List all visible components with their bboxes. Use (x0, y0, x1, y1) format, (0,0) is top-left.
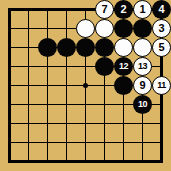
move-number-label: 3 (158, 23, 164, 34)
intersection-9-2[interactable]: 3 (152, 19, 171, 38)
move-number-label: 7 (101, 4, 107, 15)
intersection-2-3[interactable] (19, 38, 38, 57)
black-stone-C7 (38, 38, 57, 57)
intersection-3-3[interactable] (38, 38, 57, 57)
intersection-4-5[interactable] (57, 76, 76, 95)
intersection-6-8[interactable] (95, 133, 114, 152)
white-stone-E8 (76, 19, 95, 38)
intersection-2-1[interactable] (19, 0, 38, 19)
white-stone-G7 (114, 38, 133, 57)
intersection-7-7[interactable] (114, 114, 133, 133)
move-number-label: 11 (157, 81, 166, 90)
black-stone-H8 (133, 19, 152, 38)
intersection-6-1[interactable]: 7 (95, 0, 114, 19)
intersection-5-8[interactable] (76, 133, 95, 152)
intersection-6-9[interactable] (95, 152, 114, 171)
white-stone-J7: 5 (152, 38, 171, 57)
intersection-4-2[interactable] (57, 19, 76, 38)
intersection-6-5[interactable] (95, 76, 114, 95)
intersection-7-6[interactable] (114, 95, 133, 114)
white-stone-J5: 11 (152, 76, 171, 95)
intersection-5-4[interactable] (76, 57, 95, 76)
intersection-9-5[interactable]: 11 (152, 76, 171, 95)
intersection-8-8[interactable] (133, 133, 152, 152)
intersection-4-1[interactable] (57, 0, 76, 19)
move-number-label: 1 (139, 4, 145, 15)
intersection-8-7[interactable] (133, 114, 152, 133)
intersection-9-4[interactable] (152, 57, 171, 76)
intersection-1-4[interactable] (0, 57, 19, 76)
intersection-3-1[interactable] (38, 0, 57, 19)
intersection-8-9[interactable] (133, 152, 152, 171)
intersection-7-1[interactable]: 2 (114, 0, 133, 19)
move-number-label: 13 (138, 62, 147, 71)
white-stone-H7 (133, 38, 152, 57)
move-number-label: 2 (120, 4, 126, 15)
intersection-4-4[interactable] (57, 57, 76, 76)
intersection-9-3[interactable]: 5 (152, 38, 171, 57)
white-stone-H5: 9 (133, 76, 152, 95)
intersection-7-4[interactable]: 12 (114, 57, 133, 76)
intersection-1-8[interactable] (0, 133, 19, 152)
move-number-label: 12 (119, 62, 128, 71)
intersection-9-7[interactable] (152, 114, 171, 133)
intersection-2-2[interactable] (19, 19, 38, 38)
intersection-5-5[interactable] (76, 76, 95, 95)
intersection-1-9[interactable] (0, 152, 19, 171)
white-stone-J8: 3 (152, 19, 171, 38)
intersection-6-7[interactable] (95, 114, 114, 133)
intersection-7-5[interactable] (114, 76, 133, 95)
intersection-7-9[interactable] (114, 152, 133, 171)
intersection-6-2[interactable] (95, 19, 114, 38)
move-number-label: 9 (139, 80, 145, 91)
intersection-1-6[interactable] (0, 95, 19, 114)
intersection-4-8[interactable] (57, 133, 76, 152)
intersection-4-7[interactable] (57, 114, 76, 133)
intersection-4-9[interactable] (57, 152, 76, 171)
black-stone-F7 (95, 38, 114, 57)
intersection-2-5[interactable] (19, 76, 38, 95)
intersection-7-3[interactable] (114, 38, 133, 57)
intersection-1-5[interactable] (0, 76, 19, 95)
move-number-label: 5 (158, 42, 164, 53)
black-stone-G6: 12 (114, 57, 133, 76)
black-stone-G9: 2 (114, 0, 133, 19)
intersection-6-6[interactable] (95, 95, 114, 114)
intersection-3-2[interactable] (38, 19, 57, 38)
intersection-6-4[interactable] (95, 57, 114, 76)
black-stone-E7 (76, 38, 95, 57)
black-stone-J9: 4 (152, 0, 171, 19)
black-stone-H4: 10 (133, 95, 152, 114)
intersection-2-9[interactable] (19, 152, 38, 171)
intersection-3-5[interactable] (38, 76, 57, 95)
go-board-grid: 721435121391110 (0, 0, 171, 171)
intersection-5-1[interactable] (76, 0, 95, 19)
move-number-label: 4 (158, 4, 164, 15)
intersection-1-7[interactable] (0, 114, 19, 133)
go-diagram: 721435121391110 (0, 0, 171, 171)
intersection-1-1[interactable] (0, 0, 19, 19)
black-stone-G8 (114, 19, 133, 38)
star-point (83, 83, 88, 88)
white-stone-H9: 1 (133, 0, 152, 19)
intersection-7-2[interactable] (114, 19, 133, 38)
intersection-3-8[interactable] (38, 133, 57, 152)
intersection-9-8[interactable] (152, 133, 171, 152)
black-stone-F6 (95, 57, 114, 76)
intersection-9-1[interactable]: 4 (152, 0, 171, 19)
intersection-2-8[interactable] (19, 133, 38, 152)
intersection-4-3[interactable] (57, 38, 76, 57)
intersection-5-9[interactable] (76, 152, 95, 171)
intersection-2-7[interactable] (19, 114, 38, 133)
intersection-9-9[interactable] (152, 152, 171, 171)
intersection-8-6[interactable]: 10 (133, 95, 152, 114)
intersection-8-5[interactable]: 9 (133, 76, 152, 95)
intersection-5-7[interactable] (76, 114, 95, 133)
intersection-5-3[interactable] (76, 38, 95, 57)
intersection-8-1[interactable]: 1 (133, 0, 152, 19)
intersection-3-7[interactable] (38, 114, 57, 133)
intersection-3-4[interactable] (38, 57, 57, 76)
move-number-label: 10 (138, 100, 147, 109)
intersection-1-2[interactable] (0, 19, 19, 38)
intersection-1-3[interactable] (0, 38, 19, 57)
intersection-2-6[interactable] (19, 95, 38, 114)
intersection-9-6[interactable] (152, 95, 171, 114)
intersection-3-6[interactable] (38, 95, 57, 114)
black-stone-G5 (114, 76, 133, 95)
intersection-3-9[interactable] (38, 152, 57, 171)
intersection-2-4[interactable] (19, 57, 38, 76)
intersection-8-2[interactable] (133, 19, 152, 38)
white-stone-H6: 13 (133, 57, 152, 76)
intersection-8-3[interactable] (133, 38, 152, 57)
intersection-6-3[interactable] (95, 38, 114, 57)
black-stone-D7 (57, 38, 76, 57)
intersection-7-8[interactable] (114, 133, 133, 152)
intersection-5-6[interactable] (76, 95, 95, 114)
intersection-4-6[interactable] (57, 95, 76, 114)
intersection-8-4[interactable]: 13 (133, 57, 152, 76)
intersection-5-2[interactable] (76, 19, 95, 38)
white-stone-F8 (95, 19, 114, 38)
white-stone-F9: 7 (95, 0, 114, 19)
